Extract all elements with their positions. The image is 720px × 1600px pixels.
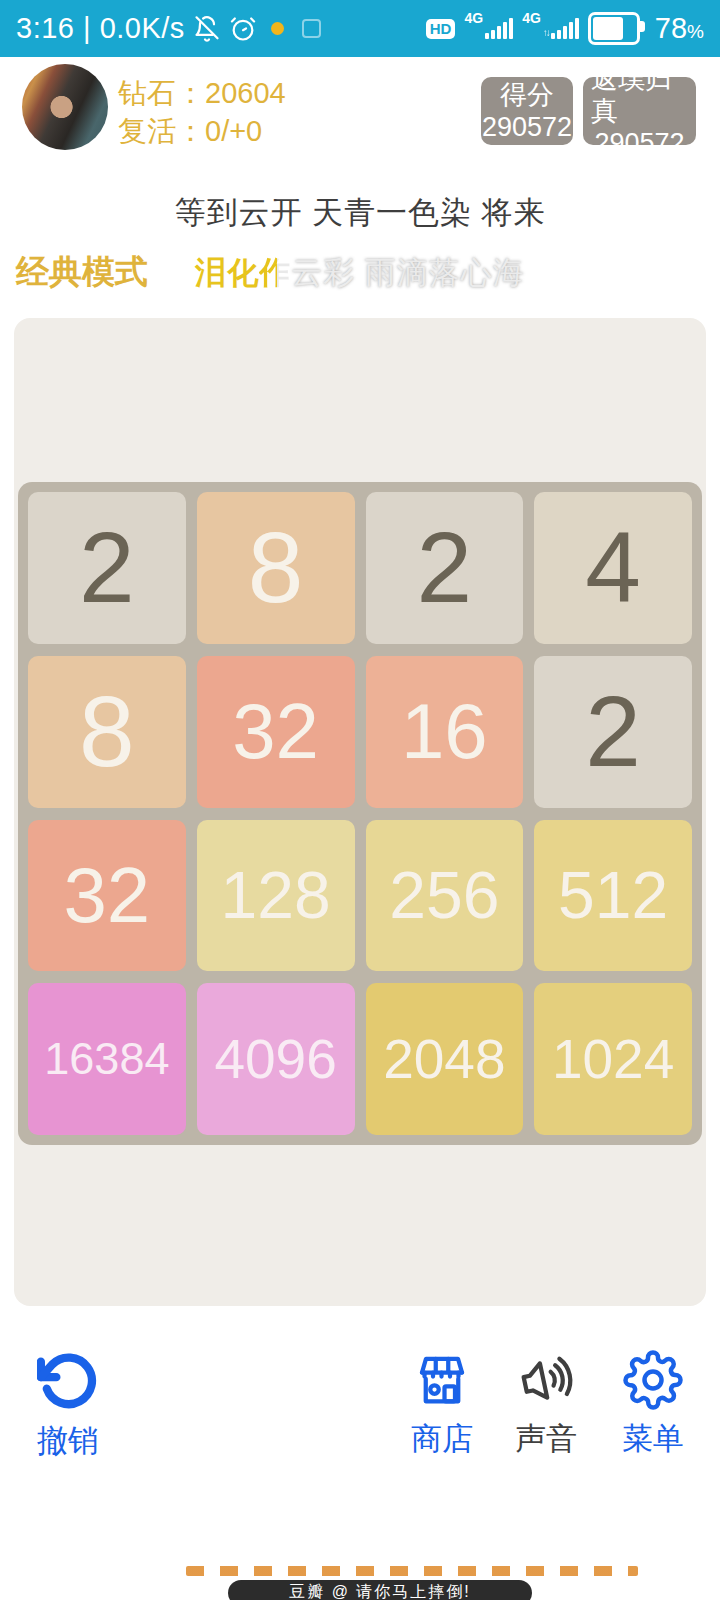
battery-icon — [588, 12, 640, 45]
undo-label: 撤销 — [37, 1420, 99, 1462]
tile-r1c1-value-2: 2 — [28, 492, 186, 644]
best-score-label: 返璞归真 — [591, 63, 688, 127]
tile-r1c3-value-2: 2 — [366, 492, 524, 644]
tile-r2c1-value-8: 8 — [28, 656, 186, 808]
shop-icon — [412, 1350, 472, 1414]
lyric-sung-part: 泪化 — [195, 255, 259, 290]
bell-muted-icon — [193, 15, 221, 43]
score-value: 290572 — [482, 111, 572, 143]
board[interactable]: 28248321623212825651216384409620481024 — [18, 482, 702, 1145]
tile-r1c4-value-4: 4 — [534, 492, 692, 644]
undo-button[interactable]: 撤销 — [26, 1350, 110, 1462]
tile-r4c3-value-2048: 2048 — [366, 983, 524, 1135]
lyric-line-1: 等到云开 天青一色染 将来 — [0, 192, 720, 234]
notification-dot-icon — [271, 22, 284, 35]
avatar[interactable] — [22, 64, 108, 150]
hd-badge: HD — [426, 19, 456, 39]
player-stats: 钻石：20604 复活：0/+0 — [118, 74, 286, 150]
tile-r2c4-value-2: 2 — [534, 656, 692, 808]
shop-button[interactable]: 商店 — [400, 1350, 484, 1460]
tile-r4c4-value-1024: 1024 — [534, 983, 692, 1135]
status-bar: 3:16 | 0.0K/s HD 4G 4G ↑↓ 78% — [0, 0, 720, 57]
sound-button[interactable]: 声音 — [504, 1350, 588, 1460]
tile-r3c4-value-512: 512 — [534, 820, 692, 972]
tile-r2c2-value-32: 32 — [197, 656, 355, 808]
screen: 3:16 | 0.0K/s HD 4G 4G ↑↓ 78% 钻石：20604 — [0, 0, 720, 1600]
sim1-signal-icon: 4G — [464, 18, 513, 39]
tile-r4c1-value-16384: 16384 — [28, 983, 186, 1135]
score-label: 得分 — [500, 79, 554, 111]
diamond-stat: 钻石：20604 — [118, 74, 286, 112]
clipped-orange-text-fragment — [186, 1566, 638, 1576]
tile-r1c2-value-8: 8 — [197, 492, 355, 644]
menu-button[interactable]: 菜单 — [611, 1350, 695, 1460]
battery-percent: 78% — [655, 12, 704, 45]
floating-window-icon — [302, 19, 321, 38]
tile-r4c2-value-4096: 4096 — [197, 983, 355, 1135]
tile-r3c3-value-256: 256 — [366, 820, 524, 972]
shop-label: 商店 — [411, 1418, 473, 1460]
status-bar-right: HD 4G 4G ↑↓ 78% — [426, 12, 704, 45]
home-indicator-watermark: 豆瓣 @ 请你马上摔倒! — [228, 1580, 532, 1600]
tile-r3c1-value-32: 32 — [28, 820, 186, 972]
lyric-half-char: 作 — [259, 255, 291, 290]
tile-r2c3-value-16: 16 — [366, 656, 524, 808]
sim2-signal-icon: 4G ↑↓ — [522, 18, 579, 39]
sound-icon — [516, 1350, 576, 1414]
best-score-value: 290572 — [594, 127, 684, 159]
lyric-line-2: 泪化作云彩 雨滴落心海 — [0, 252, 720, 294]
gear-icon — [623, 1350, 683, 1414]
alarm-clock-icon — [229, 15, 257, 43]
lyric-unsung-part: 云彩 雨滴落心海 — [291, 255, 525, 290]
best-score-button[interactable]: 返璞归真 290572 — [583, 77, 696, 145]
sound-label: 声音 — [515, 1418, 577, 1460]
clock-and-netspeed: 3:16 | 0.0K/s — [16, 12, 185, 45]
score-button[interactable]: 得分 290572 — [481, 77, 573, 145]
undo-icon — [37, 1350, 99, 1416]
tile-r3c2-value-128: 128 — [197, 820, 355, 972]
revive-stat: 复活：0/+0 — [118, 112, 286, 150]
menu-label: 菜单 — [622, 1418, 684, 1460]
